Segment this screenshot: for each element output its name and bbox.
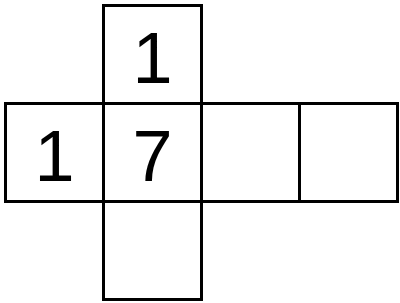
net-face: 1 [4, 102, 105, 203]
face-number: 1 [34, 120, 74, 192]
net-face: 7 [102, 102, 203, 203]
net-face [298, 102, 399, 203]
net-face [200, 102, 301, 203]
face-number: 7 [132, 120, 172, 192]
net-face: 1 [102, 4, 203, 105]
net-face [102, 200, 203, 301]
cube-net-board: 117 [7, 7, 399, 301]
face-number: 1 [132, 22, 172, 94]
